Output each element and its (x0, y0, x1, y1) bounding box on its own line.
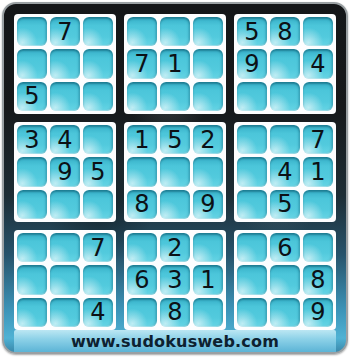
cell-r4c7[interactable] (237, 125, 267, 154)
cell-r5c4[interactable] (127, 157, 157, 186)
cell-r7c7[interactable] (237, 233, 267, 262)
cell-r5c8[interactable]: 4 (270, 157, 300, 186)
cell-r6c9[interactable] (303, 190, 333, 219)
cell-r9c7[interactable] (237, 298, 267, 327)
website-link[interactable]: www.sudokusweb.com (71, 332, 279, 351)
cell-r2c9[interactable]: 4 (303, 49, 333, 78)
cell-r9c1[interactable] (17, 298, 47, 327)
cell-r3c9[interactable] (303, 82, 333, 111)
box-8: 26318 (124, 230, 226, 330)
cell-r8c8[interactable] (270, 265, 300, 294)
box-4: 3495 (14, 122, 116, 222)
sudoku-board: 7571589434951528974157426318689 www.sudo… (2, 2, 348, 354)
cell-r2c5[interactable]: 1 (160, 49, 190, 78)
box-3: 5894 (234, 14, 336, 114)
box-2: 71 (124, 14, 226, 114)
box-7: 74 (14, 230, 116, 330)
box-6: 7415 (234, 122, 336, 222)
cell-r2c2[interactable] (50, 49, 80, 78)
cell-r8c6[interactable]: 1 (193, 265, 223, 294)
cell-r9c4[interactable] (127, 298, 157, 327)
box-1: 75 (14, 14, 116, 114)
cell-r7c6[interactable] (193, 233, 223, 262)
cell-r6c1[interactable] (17, 190, 47, 219)
cell-r3c2[interactable] (50, 82, 80, 111)
cell-r1c3[interactable] (83, 17, 113, 46)
cell-r3c4[interactable] (127, 82, 157, 111)
cell-r9c5[interactable]: 8 (160, 298, 190, 327)
cell-r5c6[interactable] (193, 157, 223, 186)
cell-r5c7[interactable] (237, 157, 267, 186)
cell-r4c4[interactable]: 1 (127, 125, 157, 154)
box-9: 689 (234, 230, 336, 330)
cell-r1c2[interactable]: 7 (50, 17, 80, 46)
cell-r1c4[interactable] (127, 17, 157, 46)
cell-r8c5[interactable]: 3 (160, 265, 190, 294)
cell-r7c5[interactable]: 2 (160, 233, 190, 262)
cell-r4c9[interactable]: 7 (303, 125, 333, 154)
cell-r7c9[interactable] (303, 233, 333, 262)
cell-r5c1[interactable] (17, 157, 47, 186)
cell-r7c3[interactable]: 7 (83, 233, 113, 262)
cell-r4c2[interactable]: 4 (50, 125, 80, 154)
cell-r6c6[interactable]: 9 (193, 190, 223, 219)
cell-r1c6[interactable] (193, 17, 223, 46)
cell-r6c4[interactable]: 8 (127, 190, 157, 219)
cell-r8c1[interactable] (17, 265, 47, 294)
cell-r4c1[interactable]: 3 (17, 125, 47, 154)
cell-r2c3[interactable] (83, 49, 113, 78)
cell-r6c3[interactable] (83, 190, 113, 219)
cell-r2c8[interactable] (270, 49, 300, 78)
cell-r1c7[interactable]: 5 (237, 17, 267, 46)
cell-r7c2[interactable] (50, 233, 80, 262)
cell-r9c6[interactable] (193, 298, 223, 327)
cell-r2c6[interactable] (193, 49, 223, 78)
cell-r8c3[interactable] (83, 265, 113, 294)
cell-r3c1[interactable]: 5 (17, 82, 47, 111)
boxes-grid: 7571589434951528974157426318689 (14, 14, 336, 330)
cell-r1c8[interactable]: 8 (270, 17, 300, 46)
cell-r2c1[interactable] (17, 49, 47, 78)
cell-r6c8[interactable]: 5 (270, 190, 300, 219)
cell-r5c2[interactable]: 9 (50, 157, 80, 186)
cell-r1c9[interactable] (303, 17, 333, 46)
cell-r6c5[interactable] (160, 190, 190, 219)
cell-r5c9[interactable]: 1 (303, 157, 333, 186)
cell-r6c2[interactable] (50, 190, 80, 219)
cell-r7c1[interactable] (17, 233, 47, 262)
cell-r3c3[interactable] (83, 82, 113, 111)
cell-r5c3[interactable]: 5 (83, 157, 113, 186)
cell-r8c2[interactable] (50, 265, 80, 294)
cell-r3c5[interactable] (160, 82, 190, 111)
cell-r3c7[interactable] (237, 82, 267, 111)
cell-r1c1[interactable] (17, 17, 47, 46)
cell-r4c8[interactable] (270, 125, 300, 154)
cell-r8c7[interactable] (237, 265, 267, 294)
cell-r9c3[interactable]: 4 (83, 298, 113, 327)
cell-r9c2[interactable] (50, 298, 80, 327)
cell-r3c8[interactable] (270, 82, 300, 111)
cell-r6c7[interactable] (237, 190, 267, 219)
cell-r4c6[interactable]: 2 (193, 125, 223, 154)
cell-r8c4[interactable]: 6 (127, 265, 157, 294)
cell-r3c6[interactable] (193, 82, 223, 111)
cell-r7c8[interactable]: 6 (270, 233, 300, 262)
cell-r2c4[interactable]: 7 (127, 49, 157, 78)
cell-r1c5[interactable] (160, 17, 190, 46)
cell-r5c5[interactable] (160, 157, 190, 186)
box-5: 15289 (124, 122, 226, 222)
cell-r8c9[interactable]: 8 (303, 265, 333, 294)
cell-r7c4[interactable] (127, 233, 157, 262)
cell-r2c7[interactable]: 9 (237, 49, 267, 78)
cell-r4c5[interactable]: 5 (160, 125, 190, 154)
cell-r9c9[interactable]: 9 (303, 298, 333, 327)
cell-r9c8[interactable] (270, 298, 300, 327)
footer-bar: www.sudokusweb.com (14, 330, 336, 352)
cell-r4c3[interactable] (83, 125, 113, 154)
